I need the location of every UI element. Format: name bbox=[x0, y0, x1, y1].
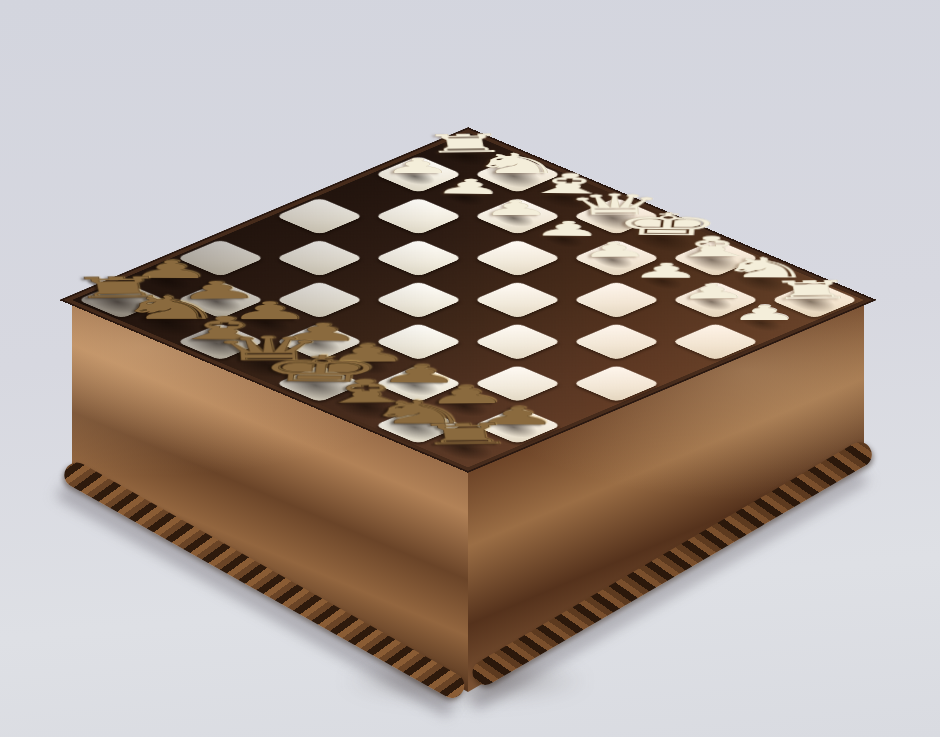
white-pawn-e2: ♟ bbox=[577, 239, 651, 260]
white-pawn-b2: ♟ bbox=[431, 177, 507, 198]
white-pawn-c2: ♟ bbox=[479, 198, 552, 219]
photo-stage: ♜♞♝♛♚♝♞♜♟♟♟♟♟♟♟♟♟♟♟♟♟♟♟♟♜♞♝♛♚♝♞♜ bbox=[0, 0, 940, 737]
black-rook-h8: ♜ bbox=[410, 420, 517, 450]
white-pawn-g2: ♟ bbox=[675, 281, 751, 302]
white-pawn-f2: ♟ bbox=[629, 261, 702, 282]
white-pawn-a2: ♟ bbox=[382, 156, 454, 176]
white-rook-h1: ♜ bbox=[765, 277, 858, 303]
white-pawn-h2: ♟ bbox=[728, 303, 800, 323]
white-pawn-d2: ♟ bbox=[530, 219, 604, 240]
